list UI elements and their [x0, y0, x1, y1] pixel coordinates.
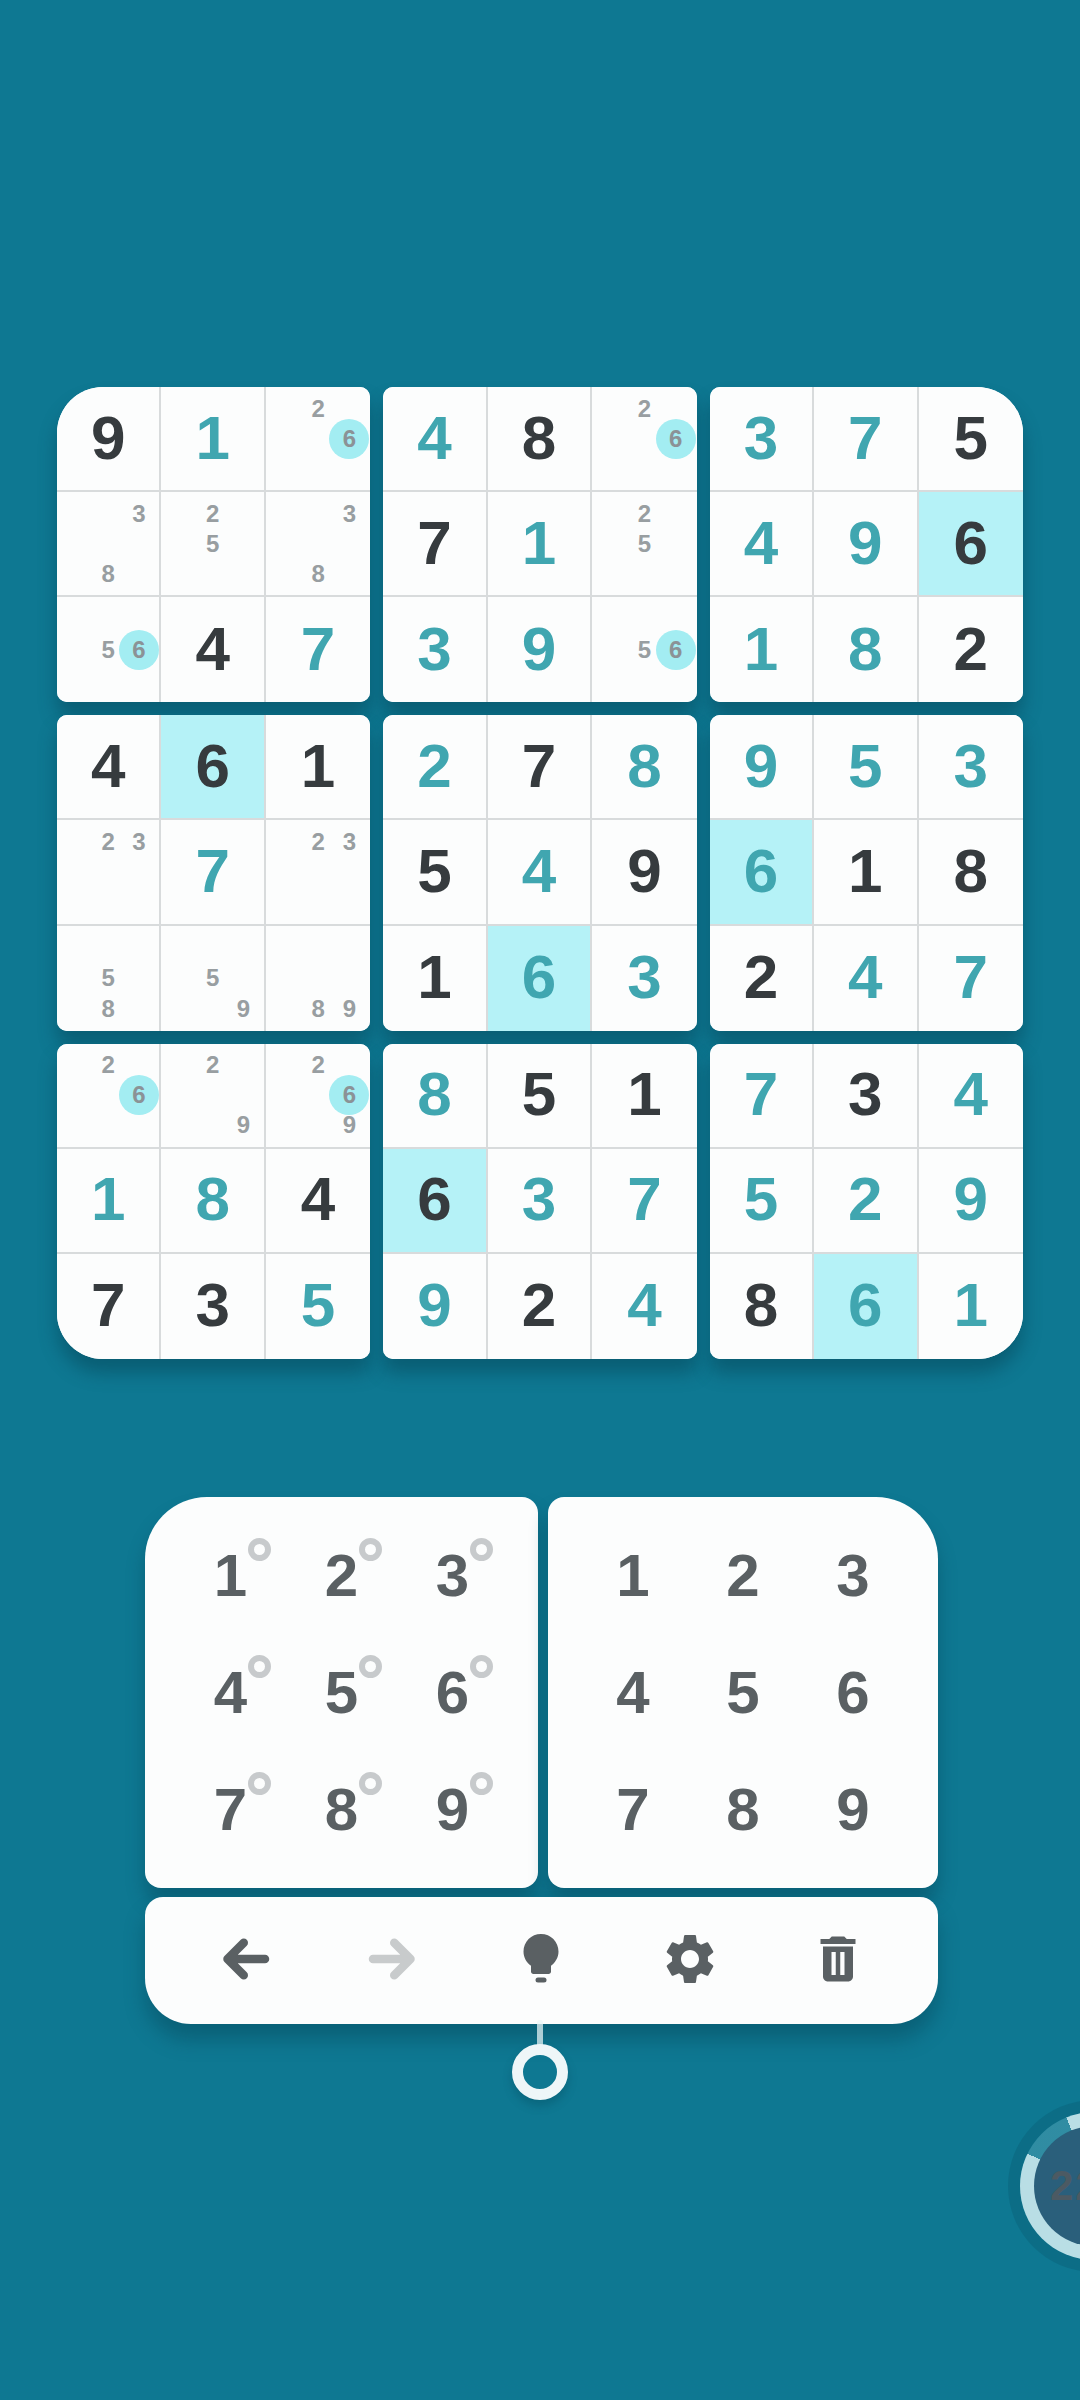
cell-r4c6[interactable]: 8: [592, 715, 696, 820]
given-digit: 9: [627, 840, 661, 902]
given-digit: 3: [195, 1274, 229, 1336]
user-digit: 5: [848, 735, 882, 797]
cell-r6c4[interactable]: 1: [383, 926, 487, 1031]
box-4: 46123723585989: [57, 715, 370, 1030]
box-5: 278549163: [383, 715, 696, 1030]
given-digit: 6: [417, 1168, 451, 1230]
key-digit: 4: [214, 1663, 247, 1723]
cell-r1c5[interactable]: 8: [488, 387, 592, 492]
cell-r7c1[interactable]: 26: [57, 1044, 161, 1149]
box-8: 851637924: [383, 1044, 696, 1359]
pencil-note-9: 9: [223, 989, 263, 1029]
cell-r8c7[interactable]: 5: [710, 1149, 814, 1254]
given-digit: 6: [195, 735, 229, 797]
numpad-key-4[interactable]: 4: [578, 1634, 688, 1751]
key-digit: 2: [726, 1546, 759, 1606]
cell-r6c8[interactable]: 4: [814, 926, 918, 1031]
user-digit: 1: [744, 618, 778, 680]
cell-r7c4[interactable]: 8: [383, 1044, 487, 1149]
pencil-note-2: 2: [298, 1045, 338, 1085]
user-digit: 1: [954, 1274, 988, 1336]
timer-badge[interactable]: 22: [1020, 2112, 1080, 2260]
cell-r6c7[interactable]: 2: [710, 926, 814, 1031]
cell-r1c7[interactable]: 3: [710, 387, 814, 492]
given-digit: 2: [522, 1274, 556, 1336]
gear-icon: [660, 1929, 720, 1992]
cell-r4c8[interactable]: 5: [814, 715, 918, 820]
cell-r4c4[interactable]: 2: [383, 715, 487, 820]
key-digit: 3: [436, 1546, 469, 1606]
cell-r1c1[interactable]: 9: [57, 387, 161, 492]
user-digit: 7: [301, 618, 335, 680]
box-6: 953618247: [710, 715, 1023, 1030]
cell-r2c1[interactable]: 38: [57, 492, 161, 597]
cell-r2c8[interactable]: 9: [814, 492, 918, 597]
user-digit: 8: [417, 1063, 451, 1125]
cell-r4c9[interactable]: 3: [919, 715, 1023, 820]
box-2: 482671253956: [383, 387, 696, 702]
notespad-key-9[interactable]: 9: [397, 1751, 508, 1868]
cell-r8c2[interactable]: 8: [161, 1149, 265, 1254]
numpad-key-2[interactable]: 2: [688, 1517, 798, 1634]
user-digit: 9: [522, 618, 556, 680]
given-digit: 5: [954, 406, 988, 468]
key-digit: 8: [726, 1780, 759, 1840]
user-digit: 4: [954, 1063, 988, 1125]
key-digit: 6: [436, 1663, 469, 1723]
cell-r6c6[interactable]: 3: [592, 926, 696, 1031]
user-digit: 3: [627, 946, 661, 1008]
cell-r2c4[interactable]: 7: [383, 492, 487, 597]
pencil-note-5: 5: [193, 958, 233, 998]
user-digit: 3: [522, 1168, 556, 1230]
user-digit: 7: [954, 946, 988, 1008]
cell-r4c7[interactable]: 9: [710, 715, 814, 820]
note-ring-icon: [248, 1538, 271, 1561]
key-digit: 7: [616, 1780, 649, 1840]
pencil-note-2: 2: [624, 389, 664, 429]
user-digit: 4: [417, 406, 451, 468]
key-digit: 3: [836, 1546, 869, 1606]
cell-r7c5[interactable]: 5: [488, 1044, 592, 1149]
user-digit: 3: [954, 735, 988, 797]
cell-r1c8[interactable]: 7: [814, 387, 918, 492]
cell-r7c9[interactable]: 4: [919, 1044, 1023, 1149]
note-ring-icon: [470, 1655, 493, 1678]
trash-icon: [808, 1929, 868, 1992]
given-digit: 8: [522, 406, 556, 468]
cell-r6c9[interactable]: 7: [919, 926, 1023, 1031]
erase-button[interactable]: [802, 1925, 874, 1997]
given-digit: 5: [417, 840, 451, 902]
cell-r9c9[interactable]: 1: [919, 1254, 1023, 1359]
user-digit: 4: [848, 946, 882, 1008]
cell-r9c6[interactable]: 4: [592, 1254, 696, 1359]
cell-r2c5[interactable]: 1: [488, 492, 592, 597]
sudoku-board: 9126382538564748267125395637549618246123…: [57, 387, 1023, 1359]
box-7: 2629269184735: [57, 1044, 370, 1359]
cell-r4c5[interactable]: 7: [488, 715, 592, 820]
user-digit: 7: [848, 406, 882, 468]
given-digit: 8: [954, 840, 988, 902]
pencil-note-8: 8: [88, 989, 128, 1029]
key-digit: 9: [436, 1780, 469, 1840]
given-digit: 7: [91, 1274, 125, 1336]
redo-button: [357, 1925, 429, 1997]
user-digit: 9: [954, 1168, 988, 1230]
cell-r8c4[interactable]: 6: [383, 1149, 487, 1254]
key-digit: 5: [325, 1663, 358, 1723]
cell-r5c3[interactable]: 23: [266, 820, 370, 925]
given-digit: 4: [91, 735, 125, 797]
cell-r8c1[interactable]: 1: [57, 1149, 161, 1254]
cell-r2c2[interactable]: 25: [161, 492, 265, 597]
given-digit: 1: [848, 840, 882, 902]
user-digit: 9: [744, 735, 778, 797]
note-ring-icon: [359, 1538, 382, 1561]
pencil-note-9: 9: [329, 989, 369, 1029]
sudoku-app-screen: 9126382538564748267125395637549618246123…: [0, 0, 1080, 2400]
hint-button[interactable]: [505, 1925, 577, 1997]
cell-r3c6[interactable]: 56: [592, 597, 696, 702]
notespad-key-6[interactable]: 6: [397, 1634, 508, 1751]
cell-r1c2[interactable]: 1: [161, 387, 265, 492]
cell-r7c2[interactable]: 29: [161, 1044, 265, 1149]
user-digit: 1: [195, 406, 229, 468]
cell-r9c4[interactable]: 9: [383, 1254, 487, 1359]
cell-r2c6[interactable]: 25: [592, 492, 696, 597]
cell-r5c4[interactable]: 5: [383, 820, 487, 925]
cell-r7c6[interactable]: 1: [592, 1044, 696, 1149]
box-1: 91263825385647: [57, 387, 370, 702]
cell-r7c3[interactable]: 269: [266, 1044, 370, 1149]
lightbulb-icon: [511, 1929, 571, 1992]
key-digit: 9: [836, 1780, 869, 1840]
cell-r2c9[interactable]: 6: [919, 492, 1023, 597]
given-digit: 5: [522, 1063, 556, 1125]
key-digit: 6: [836, 1663, 869, 1723]
pencil-note-3: 3: [119, 494, 159, 534]
user-digit: 7: [195, 840, 229, 902]
cell-r5c6[interactable]: 9: [592, 820, 696, 925]
pencil-note-6: 6: [656, 630, 696, 670]
user-digit: 9: [417, 1274, 451, 1336]
forward-arrow-icon: [363, 1929, 423, 1992]
given-digit: 4: [195, 618, 229, 680]
note-ring-icon: [359, 1772, 382, 1795]
cell-r2c7[interactable]: 4: [710, 492, 814, 597]
pencil-note-8: 8: [298, 554, 338, 594]
numpad-key-3[interactable]: 3: [798, 1517, 908, 1634]
cell-r9c5[interactable]: 2: [488, 1254, 592, 1359]
given-digit: 6: [954, 511, 988, 573]
cell-r3c3[interactable]: 7: [266, 597, 370, 702]
given-digit: 1: [417, 946, 451, 1008]
key-digit: 1: [616, 1546, 649, 1606]
key-digit: 7: [214, 1780, 247, 1840]
cell-r6c5[interactable]: 6: [488, 926, 592, 1031]
cell-r2c3[interactable]: 38: [266, 492, 370, 597]
pencil-note-6: 6: [329, 419, 369, 459]
pencil-note-6: 6: [119, 1075, 159, 1115]
user-digit: 3: [744, 406, 778, 468]
user-digit: 4: [627, 1274, 661, 1336]
given-digit: 2: [744, 946, 778, 1008]
cell-r1c4[interactable]: 4: [383, 387, 487, 492]
cell-r8c3[interactable]: 4: [266, 1149, 370, 1254]
user-digit: 6: [744, 840, 778, 902]
pencil-note-2: 2: [88, 1045, 128, 1085]
cell-r9c2[interactable]: 3: [161, 1254, 265, 1359]
note-ring-icon: [470, 1772, 493, 1795]
note-ring-icon: [470, 1538, 493, 1561]
pencil-note-6: 6: [656, 419, 696, 459]
cell-r4c2[interactable]: 6: [161, 715, 265, 820]
given-digit: 3: [848, 1063, 882, 1125]
cell-r6c3[interactable]: 89: [266, 926, 370, 1031]
given-digit: 1: [627, 1063, 661, 1125]
pencil-note-9: 9: [223, 1105, 263, 1145]
pencil-note-9: 9: [329, 1105, 369, 1145]
key-digit: 4: [616, 1663, 649, 1723]
user-digit: 3: [417, 618, 451, 680]
pencil-note-5: 5: [193, 524, 233, 564]
cell-r8c9[interactable]: 9: [919, 1149, 1023, 1254]
back-arrow-icon: [215, 1929, 275, 1992]
notespad-key-5[interactable]: 5: [286, 1634, 397, 1751]
numpad-key-9[interactable]: 9: [798, 1751, 908, 1868]
toolbar: [145, 1897, 938, 2024]
user-digit: 2: [417, 735, 451, 797]
user-digit: 8: [627, 735, 661, 797]
box-3: 375496182: [710, 387, 1023, 702]
given-digit: 1: [301, 735, 335, 797]
given-digit: 2: [954, 618, 988, 680]
notespad-key-3[interactable]: 3: [397, 1517, 508, 1634]
cell-r3c9[interactable]: 2: [919, 597, 1023, 702]
cell-r6c2[interactable]: 59: [161, 926, 265, 1031]
user-digit: 7: [627, 1168, 661, 1230]
cell-r9c1[interactable]: 7: [57, 1254, 161, 1359]
user-digit: 8: [848, 618, 882, 680]
cell-r3c8[interactable]: 8: [814, 597, 918, 702]
user-digit: 8: [195, 1168, 229, 1230]
pencil-note-3: 3: [329, 822, 369, 862]
key-digit: 5: [726, 1663, 759, 1723]
notespad-key-8[interactable]: 8: [286, 1751, 397, 1868]
drag-handle[interactable]: [512, 2044, 568, 2100]
user-digit: 5: [744, 1168, 778, 1230]
answer-keypad: 123456789: [548, 1497, 938, 1888]
given-digit: 7: [417, 511, 451, 573]
numpad-key-5[interactable]: 5: [688, 1634, 798, 1751]
pencil-note-6: 6: [119, 630, 159, 670]
user-digit: 4: [744, 511, 778, 573]
cell-r4c1[interactable]: 4: [57, 715, 161, 820]
user-digit: 7: [744, 1063, 778, 1125]
cell-r5c2[interactable]: 7: [161, 820, 265, 925]
cell-r8c6[interactable]: 7: [592, 1149, 696, 1254]
user-digit: 9: [848, 511, 882, 573]
note-ring-icon: [359, 1655, 382, 1678]
note-ring-icon: [248, 1655, 271, 1678]
pencil-note-3: 3: [329, 494, 369, 534]
pencil-note-3: 3: [119, 822, 159, 862]
notes-keypad: 123456789: [145, 1497, 538, 1888]
cell-r9c3[interactable]: 5: [266, 1254, 370, 1359]
numpad-key-1[interactable]: 1: [578, 1517, 688, 1634]
numpad-key-7[interactable]: 7: [578, 1751, 688, 1868]
cell-r1c6[interactable]: 26: [592, 387, 696, 492]
notespad-key-2[interactable]: 2: [286, 1517, 397, 1634]
key-digit: 2: [325, 1546, 358, 1606]
cell-r9c7[interactable]: 8: [710, 1254, 814, 1359]
numpad-key-8[interactable]: 8: [688, 1751, 798, 1868]
user-digit: 6: [522, 946, 556, 1008]
user-digit: 4: [522, 840, 556, 902]
cell-r3c4[interactable]: 3: [383, 597, 487, 702]
cell-r8c5[interactable]: 3: [488, 1149, 592, 1254]
undo-button[interactable]: [209, 1925, 281, 1997]
given-digit: 9: [91, 406, 125, 468]
cell-r6c1[interactable]: 58: [57, 926, 161, 1031]
cell-r1c9[interactable]: 5: [919, 387, 1023, 492]
pencil-note-2: 2: [298, 389, 338, 429]
box-9: 734529861: [710, 1044, 1023, 1359]
given-digit: 8: [744, 1274, 778, 1336]
given-digit: 4: [301, 1168, 335, 1230]
pencil-note-2: 2: [193, 1045, 233, 1085]
cell-r7c7[interactable]: 7: [710, 1044, 814, 1149]
notespad-key-7[interactable]: 7: [175, 1751, 286, 1868]
pencil-note-8: 8: [88, 554, 128, 594]
cell-r3c1[interactable]: 56: [57, 597, 161, 702]
cell-r5c5[interactable]: 4: [488, 820, 592, 925]
cell-r5c1[interactable]: 23: [57, 820, 161, 925]
numpad-key-6[interactable]: 6: [798, 1634, 908, 1751]
cell-r3c7[interactable]: 1: [710, 597, 814, 702]
given-digit: 7: [522, 735, 556, 797]
cell-r4c3[interactable]: 1: [266, 715, 370, 820]
user-digit: 5: [301, 1274, 335, 1336]
user-digit: 6: [848, 1274, 882, 1336]
cell-r3c2[interactable]: 4: [161, 597, 265, 702]
user-digit: 2: [848, 1168, 882, 1230]
notespad-key-1[interactable]: 1: [175, 1517, 286, 1634]
key-digit: 8: [325, 1780, 358, 1840]
settings-button[interactable]: [654, 1925, 726, 1997]
user-digit: 1: [91, 1168, 125, 1230]
cell-r5c9[interactable]: 8: [919, 820, 1023, 925]
cell-r9c8[interactable]: 6: [814, 1254, 918, 1359]
cell-r7c8[interactable]: 3: [814, 1044, 918, 1149]
cell-r8c8[interactable]: 2: [814, 1149, 918, 1254]
cell-r5c8[interactable]: 1: [814, 820, 918, 925]
note-ring-icon: [248, 1772, 271, 1795]
cell-r5c7[interactable]: 6: [710, 820, 814, 925]
key-digit: 1: [214, 1546, 247, 1606]
timer-badge-value: 22: [1034, 2126, 1080, 2246]
cell-r3c5[interactable]: 9: [488, 597, 592, 702]
cell-r1c3[interactable]: 26: [266, 387, 370, 492]
notespad-key-4[interactable]: 4: [175, 1634, 286, 1751]
user-digit: 1: [522, 511, 556, 573]
pencil-note-5: 5: [624, 524, 664, 564]
